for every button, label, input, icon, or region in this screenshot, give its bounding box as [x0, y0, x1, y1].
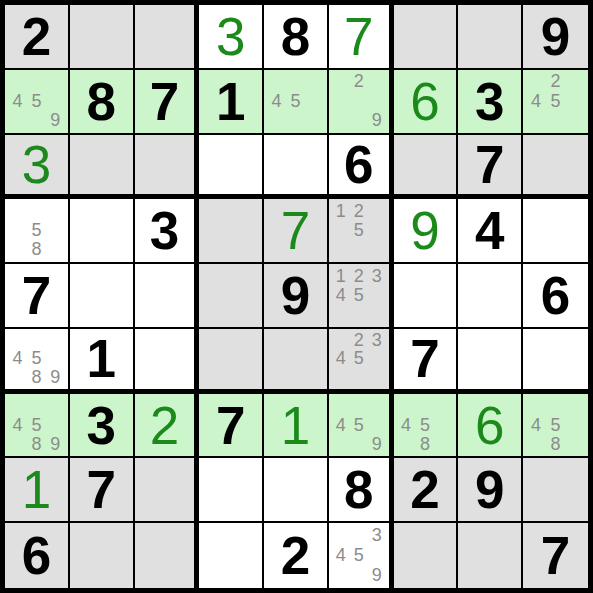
given-digit: 4 — [475, 204, 504, 257]
pencil-marks: 58 — [8, 201, 65, 259]
pencil-mark: 9 — [46, 434, 65, 453]
cell-r1c3[interactable] — [135, 5, 200, 70]
cell-r3c6[interactable]: 6 — [329, 135, 394, 200]
cell-r4c8[interactable]: 4 — [458, 199, 523, 264]
cell-r5c7[interactable] — [394, 264, 459, 329]
cell-r7c7[interactable]: 458 — [394, 394, 459, 459]
solved-digit: 3 — [216, 10, 245, 63]
cell-r5c6[interactable]: 12345 — [329, 264, 394, 329]
pencil-mark: 5 — [350, 221, 368, 240]
cell-r1c8[interactable] — [458, 5, 523, 70]
cell-r4c4[interactable] — [199, 199, 264, 264]
given-digit: 2 — [410, 463, 439, 516]
cell-r8c3[interactable] — [135, 458, 200, 523]
cell-r6c6[interactable]: 2345 — [329, 329, 394, 394]
cell-r9c2[interactable] — [70, 523, 135, 588]
cell-r2c2[interactable]: 8 — [70, 70, 135, 135]
cell-r8c1[interactable]: 1 — [5, 458, 70, 523]
pencil-mark: 4 — [8, 349, 27, 367]
solved-digit: 2 — [150, 399, 179, 452]
cell-r5c3[interactable] — [135, 264, 200, 329]
given-digit: 9 — [541, 10, 570, 63]
cell-r8c9[interactable] — [523, 458, 588, 523]
cell-r4c1[interactable]: 58 — [5, 199, 70, 264]
cell-r9c5[interactable]: 2 — [264, 523, 329, 588]
cell-r3c8[interactable]: 7 — [458, 135, 523, 200]
given-digit: 7 — [475, 138, 504, 191]
cell-r1c9[interactable]: 9 — [523, 5, 588, 70]
sudoku-board: 2387945987145296324536758371259479123456… — [0, 0, 593, 593]
cell-r4c6[interactable]: 125 — [329, 199, 394, 264]
pencil-mark: 9 — [368, 110, 386, 129]
cell-r4c3[interactable]: 3 — [135, 199, 200, 264]
pencil-mark: 1 — [332, 266, 350, 285]
solved-digit: 9 — [410, 204, 439, 257]
cell-r7c5[interactable]: 1 — [264, 394, 329, 459]
given-digit: 7 — [22, 269, 51, 322]
pencil-mark: 4 — [526, 415, 546, 434]
cell-r2c4[interactable]: 1 — [199, 70, 264, 135]
pencil-mark: 4 — [332, 415, 350, 434]
given-digit: 7 — [410, 332, 439, 385]
given-digit: 1 — [216, 75, 245, 128]
cell-r5c4[interactable] — [199, 264, 264, 329]
given-digit: 6 — [541, 269, 570, 322]
cell-r1c1[interactable]: 2 — [5, 5, 70, 70]
cell-r3c2[interactable] — [70, 135, 135, 200]
pencil-marks: 459 — [332, 396, 386, 454]
cell-r1c4[interactable]: 3 — [199, 5, 264, 70]
cell-r8c6[interactable]: 8 — [329, 458, 394, 523]
given-digit: 2 — [22, 10, 51, 63]
cell-r3c4[interactable] — [199, 135, 264, 200]
solved-digit: 6 — [475, 399, 504, 452]
pencil-mark: 5 — [350, 349, 368, 367]
cell-r2c9[interactable]: 245 — [523, 70, 588, 135]
pencil-mark: 3 — [368, 331, 386, 349]
pencil-mark: 5 — [350, 545, 368, 565]
given-digit: 2 — [281, 529, 310, 582]
pencil-mark: 4 — [526, 91, 546, 110]
cell-r2c1[interactable]: 459 — [5, 70, 70, 135]
pencil-mark: 2 — [546, 72, 566, 91]
cell-r1c7[interactable] — [394, 5, 459, 70]
cell-r3c9[interactable] — [523, 135, 588, 200]
given-digit: 7 — [150, 75, 179, 128]
solved-digit: 7 — [281, 204, 310, 257]
cell-r9c8[interactable] — [458, 523, 523, 588]
given-digit: 8 — [86, 75, 115, 128]
pencil-mark: 5 — [286, 91, 305, 110]
cell-r7c1[interactable]: 4589 — [5, 394, 70, 459]
pencil-marks: 4589 — [8, 331, 65, 386]
cell-r5c1[interactable]: 7 — [5, 264, 70, 329]
cell-r8c7[interactable]: 2 — [394, 458, 459, 523]
pencil-mark: 5 — [27, 221, 46, 240]
pencil-mark: 8 — [27, 240, 46, 259]
pencil-marks: 29 — [332, 72, 386, 130]
pencil-mark: 2 — [350, 331, 368, 349]
cell-r5c8[interactable] — [458, 264, 523, 329]
cell-r1c5[interactable]: 8 — [264, 5, 329, 70]
pencil-mark: 4 — [332, 545, 350, 565]
cell-r2c8[interactable]: 3 — [458, 70, 523, 135]
cell-r5c2[interactable] — [70, 264, 135, 329]
pencil-mark: 2 — [350, 201, 368, 220]
pencil-mark: 5 — [27, 415, 46, 434]
cell-r6c8[interactable] — [458, 329, 523, 394]
given-digit: 9 — [475, 463, 504, 516]
given-digit: 6 — [22, 529, 51, 582]
cell-r8c2[interactable]: 7 — [70, 458, 135, 523]
cell-r7c3[interactable]: 2 — [135, 394, 200, 459]
given-digit: 3 — [150, 204, 179, 257]
pencil-mark: 4 — [267, 91, 286, 110]
cell-r2c5[interactable]: 45 — [264, 70, 329, 135]
cell-r4c9[interactable] — [523, 199, 588, 264]
given-digit: 3 — [86, 399, 115, 452]
cell-r3c5[interactable] — [264, 135, 329, 200]
pencil-marks: 458 — [526, 396, 585, 454]
pencil-mark: 2 — [350, 72, 368, 91]
solved-digit: 7 — [344, 10, 373, 63]
solved-digit: 1 — [281, 399, 310, 452]
cell-r6c4[interactable] — [199, 329, 264, 394]
cell-r6c1[interactable]: 4589 — [5, 329, 70, 394]
solved-digit: 6 — [410, 75, 439, 128]
cell-r6c3[interactable] — [135, 329, 200, 394]
cell-r6c5[interactable] — [264, 329, 329, 394]
pencil-mark: 5 — [416, 415, 435, 434]
pencil-mark: 1 — [332, 201, 350, 220]
cell-r9c3[interactable] — [135, 523, 200, 588]
pencil-marks: 4589 — [8, 396, 65, 454]
pencil-mark: 2 — [350, 266, 368, 285]
given-digit: 3 — [475, 75, 504, 128]
pencil-marks: 2345 — [332, 331, 386, 386]
cell-r7c8[interactable]: 6 — [458, 394, 523, 459]
cell-r8c4[interactable] — [199, 458, 264, 523]
pencil-mark: 3 — [368, 525, 386, 545]
cell-r9c7[interactable] — [394, 523, 459, 588]
cell-r9c4[interactable] — [199, 523, 264, 588]
cell-r1c2[interactable] — [70, 5, 135, 70]
given-digit: 9 — [281, 269, 310, 322]
pencil-mark: 5 — [350, 415, 368, 434]
pencil-marks: 459 — [8, 72, 65, 130]
pencil-mark: 8 — [27, 367, 46, 385]
pencil-marks: 458 — [397, 396, 454, 454]
cell-r3c1[interactable]: 3 — [5, 135, 70, 200]
cell-r9c1[interactable]: 6 — [5, 523, 70, 588]
pencil-mark: 9 — [368, 434, 386, 453]
given-digit: 6 — [344, 138, 373, 191]
pencil-marks: 12345 — [332, 266, 386, 324]
pencil-marks: 45 — [267, 72, 324, 130]
cell-r4c2[interactable] — [70, 199, 135, 264]
pencil-mark: 4 — [332, 349, 350, 367]
cell-r3c3[interactable] — [135, 135, 200, 200]
given-digit: 1 — [86, 332, 115, 385]
cell-r3c7[interactable] — [394, 135, 459, 200]
cell-r7c4[interactable]: 7 — [199, 394, 264, 459]
cell-r7c6[interactable]: 459 — [329, 394, 394, 459]
pencil-mark: 5 — [27, 349, 46, 367]
cell-r9c6[interactable]: 3459 — [329, 523, 394, 588]
pencil-mark: 5 — [27, 91, 46, 110]
given-digit: 7 — [216, 399, 245, 452]
cell-r5c5[interactable]: 9 — [264, 264, 329, 329]
pencil-mark: 8 — [27, 434, 46, 453]
cell-r8c8[interactable]: 9 — [458, 458, 523, 523]
cell-r7c2[interactable]: 3 — [70, 394, 135, 459]
cell-r7c9[interactable]: 458 — [523, 394, 588, 459]
cell-r2c7[interactable]: 6 — [394, 70, 459, 135]
cell-r2c6[interactable]: 29 — [329, 70, 394, 135]
pencil-mark: 9 — [46, 367, 65, 385]
given-digit: 7 — [86, 463, 115, 516]
pencil-mark: 9 — [368, 565, 386, 585]
pencil-mark: 4 — [8, 91, 27, 110]
cell-r4c5[interactable]: 7 — [264, 199, 329, 264]
pencil-marks: 3459 — [332, 525, 386, 585]
cell-r8c5[interactable] — [264, 458, 329, 523]
pencil-mark: 4 — [8, 415, 27, 434]
cell-r4c7[interactable]: 9 — [394, 199, 459, 264]
pencil-mark: 5 — [546, 91, 566, 110]
cell-r9c9[interactable]: 7 — [523, 523, 588, 588]
cell-r1c6[interactable]: 7 — [329, 5, 394, 70]
cell-r6c2[interactable]: 1 — [70, 329, 135, 394]
cell-r5c9[interactable]: 6 — [523, 264, 588, 329]
pencil-mark: 4 — [332, 285, 350, 304]
pencil-mark: 8 — [546, 434, 566, 453]
pencil-mark: 4 — [397, 415, 416, 434]
cell-r6c7[interactable]: 7 — [394, 329, 459, 394]
given-digit: 8 — [344, 463, 373, 516]
pencil-mark: 5 — [350, 285, 368, 304]
pencil-mark: 3 — [368, 266, 386, 285]
cell-r6c9[interactable] — [523, 329, 588, 394]
given-digit: 8 — [281, 10, 310, 63]
pencil-mark: 9 — [46, 110, 65, 129]
pencil-mark: 8 — [416, 434, 435, 453]
pencil-marks: 245 — [526, 72, 585, 130]
solved-digit: 3 — [22, 138, 51, 191]
pencil-marks: 125 — [332, 201, 386, 259]
given-digit: 7 — [541, 529, 570, 582]
pencil-mark: 5 — [546, 415, 566, 434]
solved-digit: 1 — [22, 463, 51, 516]
cell-r2c3[interactable]: 7 — [135, 70, 200, 135]
